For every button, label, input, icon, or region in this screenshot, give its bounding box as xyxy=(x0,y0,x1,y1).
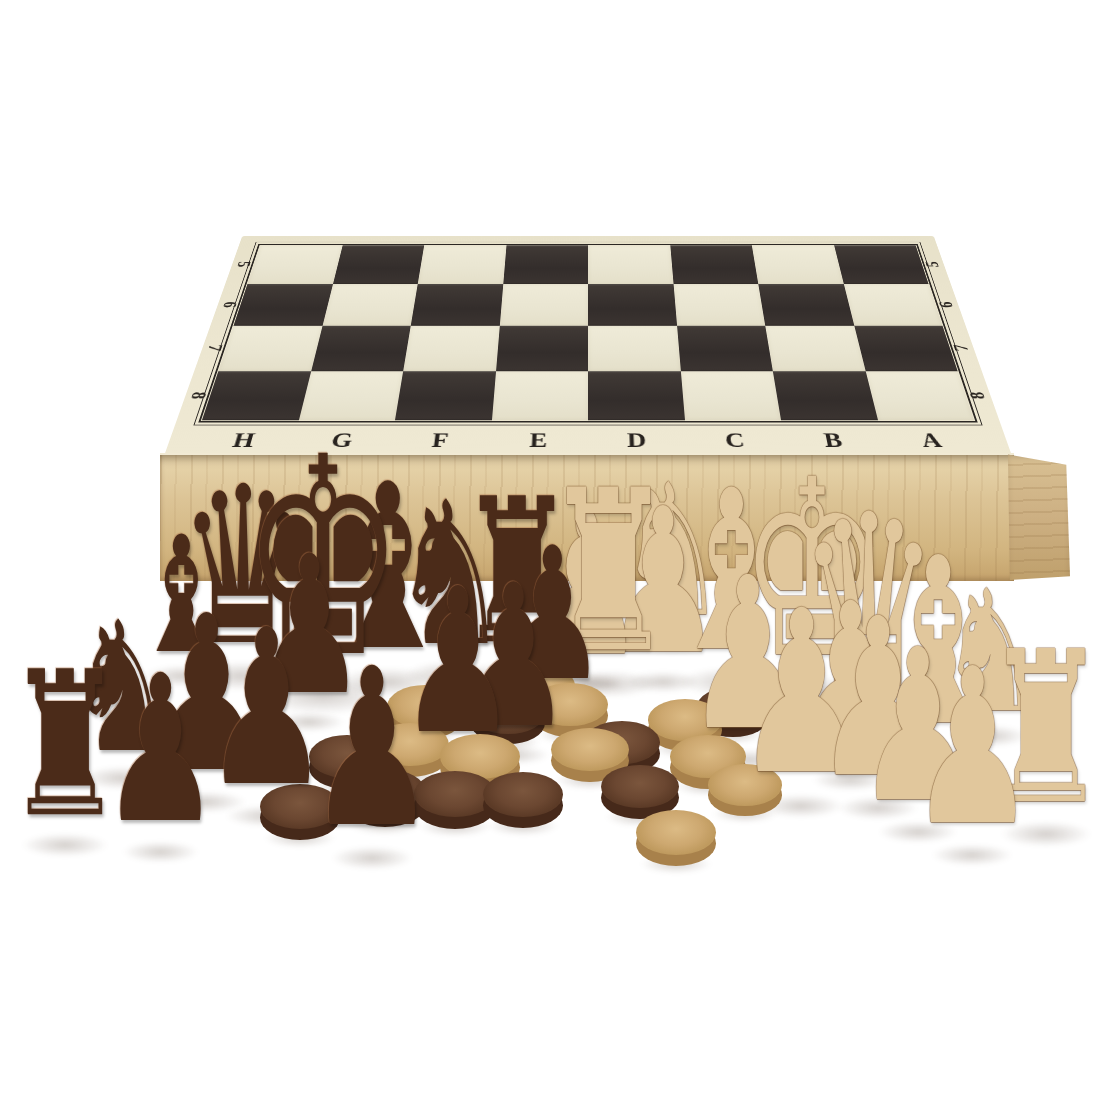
square-d5 xyxy=(588,245,673,284)
square-b8 xyxy=(773,371,878,420)
file-label-A: A xyxy=(880,429,985,452)
cast-shadow xyxy=(273,712,346,732)
square-b7 xyxy=(765,326,865,371)
square-f6 xyxy=(411,284,503,326)
file-label-E: E xyxy=(489,429,588,452)
checker-top xyxy=(471,692,545,733)
chess-board-lid: HGFEDCBA 5678 5678 xyxy=(164,236,1012,456)
rank-label-8-left: 8 xyxy=(161,386,235,404)
square-d7 xyxy=(588,326,680,371)
dark-pawn: ♟ xyxy=(93,665,227,852)
checker-dark xyxy=(260,784,340,840)
square-g8 xyxy=(298,371,403,420)
square-b5 xyxy=(752,245,844,284)
cast-shadow xyxy=(883,743,993,774)
square-f7 xyxy=(403,326,499,371)
checker-light xyxy=(636,810,716,866)
cast-shadow xyxy=(122,841,199,863)
file-label-F: F xyxy=(390,429,491,452)
rank-label-6-left: 6 xyxy=(195,297,263,312)
cast-shadow xyxy=(81,766,164,789)
square-c8 xyxy=(680,371,781,420)
checker-top xyxy=(387,685,463,728)
light-knight: ♞ xyxy=(935,581,1046,736)
rank-label-7-left: 7 xyxy=(179,340,250,356)
cast-shadow xyxy=(811,706,925,738)
checker-top xyxy=(636,810,716,855)
cast-shadow xyxy=(331,846,414,869)
cast-shadow xyxy=(752,675,872,709)
square-b6 xyxy=(758,284,854,326)
square-g7 xyxy=(311,326,411,371)
wooden-box-front-face xyxy=(160,453,1014,581)
file-label-C: C xyxy=(685,429,786,452)
square-d8 xyxy=(588,371,685,420)
checker-dark xyxy=(483,772,563,828)
cast-shadow xyxy=(878,821,958,843)
square-c7 xyxy=(677,326,773,371)
checker-top xyxy=(260,784,340,829)
rank-label-5-left: 5 xyxy=(210,257,275,271)
rank-label-5-right: 5 xyxy=(901,257,966,271)
rank-label-8-right: 8 xyxy=(941,386,1015,404)
square-f8 xyxy=(395,371,496,420)
checker-top xyxy=(483,772,563,817)
checker-top xyxy=(708,764,782,805)
chess-board-grid xyxy=(202,245,974,420)
cast-shadow xyxy=(21,833,109,858)
product-photo-chess-set: HGFEDCBA 5678 5678 ♜♞♟♝♟♛♟♟♚♟♝♞♟♜♟♟♟♜♟♞♝… xyxy=(0,0,1120,1120)
square-e5 xyxy=(503,245,588,284)
cast-shadow xyxy=(931,844,1012,867)
file-label-G: G xyxy=(290,429,393,452)
square-d6 xyxy=(588,284,677,326)
square-g5 xyxy=(333,245,425,284)
square-e7 xyxy=(496,326,588,371)
dark-knight: ♞ xyxy=(63,612,182,778)
file-label-D: D xyxy=(588,429,687,452)
square-c5 xyxy=(670,245,758,284)
rank-label-6-right: 6 xyxy=(913,297,981,312)
square-f5 xyxy=(418,245,506,284)
square-e6 xyxy=(499,284,588,326)
square-e8 xyxy=(491,371,588,420)
checker-light xyxy=(708,764,782,816)
wooden-box-right-side-face xyxy=(1008,452,1070,580)
file-label-B: B xyxy=(782,429,885,452)
cast-shadow xyxy=(1000,821,1092,847)
square-c6 xyxy=(673,284,765,326)
dark-rook: ♜ xyxy=(0,661,131,845)
cast-shadow xyxy=(630,630,714,653)
checker-top xyxy=(601,765,679,809)
file-label-H: H xyxy=(191,429,296,452)
cast-shadow xyxy=(812,769,889,791)
square-g6 xyxy=(322,284,418,326)
rank-label-7-right: 7 xyxy=(927,340,998,356)
cast-shadow xyxy=(952,725,1029,747)
cast-shadow xyxy=(837,796,920,819)
